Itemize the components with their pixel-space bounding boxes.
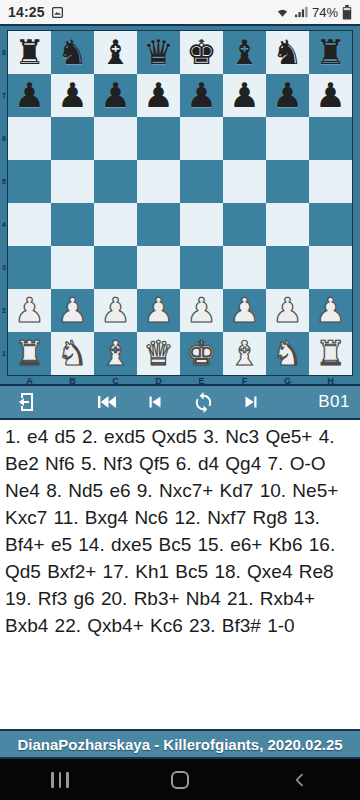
game-info-bar: DianaPozharskaya - Killerofgiants, 2020.… [0, 729, 360, 759]
square-a5[interactable] [8, 160, 51, 203]
white-pawn: ♟ [315, 289, 345, 332]
square-b8[interactable]: ♞ [51, 31, 94, 74]
square-d1[interactable]: ♛ [137, 332, 180, 375]
square-b7[interactable]: ♟ [51, 74, 94, 117]
exit-icon [13, 390, 37, 414]
white-bishop: ♝ [229, 332, 259, 375]
square-d6[interactable] [137, 117, 180, 160]
rank-label-1: 1 [0, 332, 8, 375]
black-rook: ♜ [315, 31, 345, 74]
square-h4[interactable] [309, 203, 352, 246]
square-f5[interactable] [223, 160, 266, 203]
black-queen: ♛ [143, 31, 173, 74]
exit-button[interactable] [10, 387, 40, 417]
white-knight: ♞ [57, 332, 87, 375]
square-c7[interactable]: ♟ [94, 74, 137, 117]
square-d7[interactable]: ♟ [137, 74, 180, 117]
step-forward-icon [240, 391, 262, 413]
square-h8[interactable]: ♜ [309, 31, 352, 74]
square-g2[interactable]: ♟ [266, 289, 309, 332]
rank-label-5: 5 [0, 160, 8, 203]
square-a8[interactable]: ♜ [8, 31, 51, 74]
square-h3[interactable] [309, 246, 352, 289]
game-info-text: DianaPozharskaya - Killerofgiants, 2020.… [17, 736, 342, 753]
square-f2[interactable]: ♟ [223, 289, 266, 332]
rank-labels: 87654321 [0, 31, 8, 375]
black-pawn: ♟ [100, 74, 130, 117]
white-king: ♚ [186, 332, 216, 375]
square-e3[interactable] [180, 246, 223, 289]
square-g5[interactable] [266, 160, 309, 203]
recents-icon [51, 772, 69, 788]
square-c1[interactable]: ♝ [94, 332, 137, 375]
white-queen: ♛ [143, 332, 173, 375]
square-h2[interactable]: ♟ [309, 289, 352, 332]
eco-code-label: B01 [318, 392, 350, 412]
square-c4[interactable] [94, 203, 137, 246]
square-a4[interactable] [8, 203, 51, 246]
square-a6[interactable] [8, 117, 51, 160]
rank-label-4: 4 [0, 203, 8, 246]
square-b4[interactable] [51, 203, 94, 246]
black-pawn: ♟ [143, 74, 173, 117]
notification-image-icon [51, 6, 64, 19]
white-pawn: ♟ [229, 289, 259, 332]
step-forward-button[interactable] [236, 387, 266, 417]
white-pawn: ♟ [143, 289, 173, 332]
square-g3[interactable] [266, 246, 309, 289]
white-pawn: ♟ [14, 289, 44, 332]
rank-label-8: 8 [0, 31, 8, 74]
square-b3[interactable] [51, 246, 94, 289]
chess-board: ♜♞♝♛♚♝♞♜♟♟♟♟♟♟♟♟♟♟♟♟♟♟♟♟♜♞♝♛♚♝♞♜ [8, 31, 352, 375]
status-bar: 14:25 74% [0, 0, 360, 24]
white-bishop: ♝ [100, 332, 130, 375]
moves-area: 1. e4 d5 2. exd5 Qxd5 3. Nc3 Qe5+ 4. Be2… [0, 420, 360, 729]
status-right: 74% [275, 5, 352, 20]
square-d8[interactable]: ♛ [137, 31, 180, 74]
square-f6[interactable] [223, 117, 266, 160]
home-icon [171, 771, 189, 789]
rewind-to-start-icon [95, 390, 119, 414]
square-e5[interactable] [180, 160, 223, 203]
rank-label-6: 6 [0, 117, 8, 160]
battery-icon [342, 5, 352, 20]
step-back-icon [144, 391, 166, 413]
square-c3[interactable] [94, 246, 137, 289]
app-screen: 14:25 74% 87654321 ♜♞♝♛♚♝♞♜♟♟♟♟♟♟♟♟♟♟♟♟♟… [0, 0, 360, 800]
step-back-button[interactable] [140, 387, 170, 417]
square-a7[interactable]: ♟ [8, 74, 51, 117]
black-knight: ♞ [57, 31, 87, 74]
square-a1[interactable]: ♜ [8, 332, 51, 375]
refresh-icon [192, 391, 215, 414]
square-g1[interactable]: ♞ [266, 332, 309, 375]
rank-label-2: 2 [0, 289, 8, 332]
square-h5[interactable] [309, 160, 352, 203]
black-knight: ♞ [272, 31, 302, 74]
square-e4[interactable] [180, 203, 223, 246]
square-g7[interactable]: ♟ [266, 74, 309, 117]
square-d3[interactable] [137, 246, 180, 289]
white-pawn: ♟ [272, 289, 302, 332]
square-c2[interactable]: ♟ [94, 289, 137, 332]
black-rook: ♜ [14, 31, 44, 74]
toolbar-nav-group [40, 387, 318, 417]
square-b2[interactable]: ♟ [51, 289, 94, 332]
square-b6[interactable] [51, 117, 94, 160]
android-nav-bar [0, 759, 360, 800]
square-g6[interactable] [266, 117, 309, 160]
home-button[interactable] [150, 760, 210, 800]
square-e7[interactable]: ♟ [180, 74, 223, 117]
square-f4[interactable] [223, 203, 266, 246]
white-pawn: ♟ [186, 289, 216, 332]
black-pawn: ♟ [186, 74, 216, 117]
move-list[interactable]: 1. e4 d5 2. exd5 Qxd5 3. Nc3 Qe5+ 4. Be2… [0, 420, 360, 639]
white-rook: ♜ [14, 332, 44, 375]
wifi-icon [275, 6, 290, 19]
square-g8[interactable]: ♞ [266, 31, 309, 74]
white-pawn: ♟ [57, 289, 87, 332]
square-h1[interactable]: ♜ [309, 332, 352, 375]
recents-button[interactable] [30, 760, 90, 800]
black-pawn: ♟ [229, 74, 259, 117]
black-pawn: ♟ [315, 74, 345, 117]
rewind-to-start-button[interactable] [92, 387, 122, 417]
status-left: 14:25 [8, 4, 64, 20]
chess-board-frame: 87654321 ♜♞♝♛♚♝♞♜♟♟♟♟♟♟♟♟♟♟♟♟♟♟♟♟♜♞♝♛♚♝♞… [0, 24, 360, 386]
square-e1[interactable]: ♚ [180, 332, 223, 375]
square-f8[interactable]: ♝ [223, 31, 266, 74]
square-g4[interactable] [266, 203, 309, 246]
signal-icon [294, 6, 308, 18]
white-pawn: ♟ [100, 289, 130, 332]
square-b5[interactable] [51, 160, 94, 203]
clock: 14:25 [8, 4, 45, 20]
square-f7[interactable]: ♟ [223, 74, 266, 117]
white-rook: ♜ [315, 332, 345, 375]
black-pawn: ♟ [14, 74, 44, 117]
square-e8[interactable]: ♚ [180, 31, 223, 74]
square-f3[interactable] [223, 246, 266, 289]
square-a3[interactable] [8, 246, 51, 289]
square-e2[interactable]: ♟ [180, 289, 223, 332]
white-knight: ♞ [272, 332, 302, 375]
square-h6[interactable] [309, 117, 352, 160]
square-f1[interactable]: ♝ [223, 332, 266, 375]
square-c8[interactable]: ♝ [94, 31, 137, 74]
square-d4[interactable] [137, 203, 180, 246]
rank-label-7: 7 [0, 74, 8, 117]
square-d5[interactable] [137, 160, 180, 203]
black-bishop: ♝ [100, 31, 130, 74]
square-d2[interactable]: ♟ [137, 289, 180, 332]
black-bishop: ♝ [229, 31, 259, 74]
refresh-button[interactable] [188, 387, 218, 417]
square-c6[interactable] [94, 117, 137, 160]
black-pawn: ♟ [57, 74, 87, 117]
square-b1[interactable]: ♞ [51, 332, 94, 375]
battery-percent: 74% [312, 5, 338, 20]
game-toolbar: B01 [0, 386, 360, 420]
square-h7[interactable]: ♟ [309, 74, 352, 117]
square-c5[interactable] [94, 160, 137, 203]
square-a2[interactable]: ♟ [8, 289, 51, 332]
back-button[interactable] [270, 760, 330, 800]
rank-label-3: 3 [0, 246, 8, 289]
back-icon [292, 772, 308, 788]
black-king: ♚ [186, 31, 216, 74]
square-e6[interactable] [180, 117, 223, 160]
black-pawn: ♟ [272, 74, 302, 117]
